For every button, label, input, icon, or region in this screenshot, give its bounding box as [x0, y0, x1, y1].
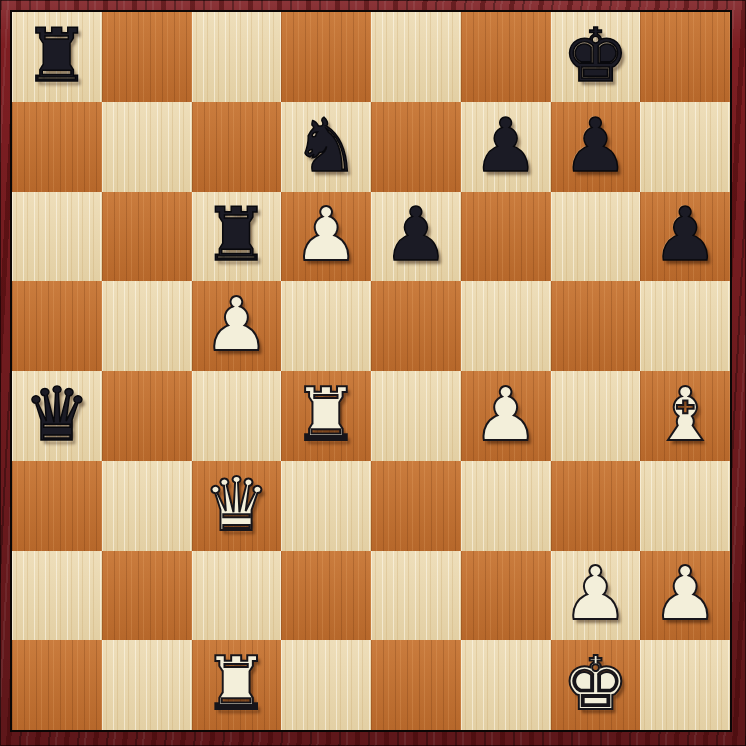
- square-e7[interactable]: [371, 102, 461, 192]
- square-f5[interactable]: [461, 281, 551, 371]
- square-b1[interactable]: [102, 640, 192, 730]
- square-c8[interactable]: [192, 12, 282, 102]
- square-e5[interactable]: [371, 281, 461, 371]
- square-d4[interactable]: ♜: [281, 371, 371, 461]
- square-a6[interactable]: [12, 192, 102, 282]
- square-d6[interactable]: ♟: [281, 192, 371, 282]
- piece-white-pawn[interactable]: ♟: [203, 287, 269, 361]
- square-d3[interactable]: [281, 461, 371, 551]
- square-d5[interactable]: [281, 281, 371, 371]
- square-c1[interactable]: ♜: [192, 640, 282, 730]
- chess-board: ♜♚♞♟♟♜♟♟♟♟♛♜♟♝♛♟♟♜♚: [10, 10, 732, 732]
- square-h7[interactable]: [640, 102, 730, 192]
- square-g5[interactable]: [551, 281, 641, 371]
- square-c2[interactable]: [192, 551, 282, 641]
- square-c3[interactable]: ♛: [192, 461, 282, 551]
- piece-white-pawn[interactable]: ♟: [562, 556, 628, 630]
- square-d8[interactable]: [281, 12, 371, 102]
- square-a1[interactable]: [12, 640, 102, 730]
- square-b4[interactable]: [102, 371, 192, 461]
- square-a3[interactable]: [12, 461, 102, 551]
- square-f8[interactable]: [461, 12, 551, 102]
- board-frame: ♜♚♞♟♟♜♟♟♟♟♛♜♟♝♛♟♟♜♚: [0, 0, 746, 746]
- square-c7[interactable]: [192, 102, 282, 192]
- square-d7[interactable]: ♞: [281, 102, 371, 192]
- square-f7[interactable]: ♟: [461, 102, 551, 192]
- square-g7[interactable]: ♟: [551, 102, 641, 192]
- square-b3[interactable]: [102, 461, 192, 551]
- square-e8[interactable]: [371, 12, 461, 102]
- piece-white-rook[interactable]: ♜: [293, 377, 359, 451]
- piece-black-pawn[interactable]: ♟: [472, 108, 538, 182]
- square-a4[interactable]: ♛: [12, 371, 102, 461]
- square-b5[interactable]: [102, 281, 192, 371]
- square-a8[interactable]: ♜: [12, 12, 102, 102]
- square-b7[interactable]: [102, 102, 192, 192]
- square-f4[interactable]: ♟: [461, 371, 551, 461]
- square-f6[interactable]: [461, 192, 551, 282]
- square-e1[interactable]: [371, 640, 461, 730]
- piece-white-bishop[interactable]: ♝: [652, 377, 718, 451]
- square-f1[interactable]: [461, 640, 551, 730]
- square-e3[interactable]: [371, 461, 461, 551]
- square-d2[interactable]: [281, 551, 371, 641]
- square-h3[interactable]: [640, 461, 730, 551]
- piece-black-rook[interactable]: ♜: [203, 197, 269, 271]
- square-a5[interactable]: [12, 281, 102, 371]
- piece-black-knight[interactable]: ♞: [293, 108, 359, 182]
- piece-black-rook[interactable]: ♜: [24, 18, 90, 92]
- square-a7[interactable]: [12, 102, 102, 192]
- piece-white-pawn[interactable]: ♟: [472, 377, 538, 451]
- square-c4[interactable]: [192, 371, 282, 461]
- square-d1[interactable]: [281, 640, 371, 730]
- square-b6[interactable]: [102, 192, 192, 282]
- square-h2[interactable]: ♟: [640, 551, 730, 641]
- piece-white-pawn[interactable]: ♟: [652, 556, 718, 630]
- square-g2[interactable]: ♟: [551, 551, 641, 641]
- square-f2[interactable]: [461, 551, 551, 641]
- piece-white-king[interactable]: ♚: [562, 646, 628, 720]
- square-g6[interactable]: [551, 192, 641, 282]
- square-g1[interactable]: ♚: [551, 640, 641, 730]
- square-e4[interactable]: [371, 371, 461, 461]
- square-g3[interactable]: [551, 461, 641, 551]
- square-h6[interactable]: ♟: [640, 192, 730, 282]
- square-c6[interactable]: ♜: [192, 192, 282, 282]
- square-h8[interactable]: [640, 12, 730, 102]
- square-h4[interactable]: ♝: [640, 371, 730, 461]
- piece-white-queen[interactable]: ♛: [203, 467, 269, 541]
- piece-black-pawn[interactable]: ♟: [562, 108, 628, 182]
- piece-black-queen[interactable]: ♛: [24, 377, 90, 451]
- square-a2[interactable]: [12, 551, 102, 641]
- square-h5[interactable]: [640, 281, 730, 371]
- piece-white-rook[interactable]: ♜: [203, 646, 269, 720]
- square-e2[interactable]: [371, 551, 461, 641]
- piece-black-pawn[interactable]: ♟: [652, 197, 718, 271]
- square-e6[interactable]: ♟: [371, 192, 461, 282]
- piece-black-king[interactable]: ♚: [562, 18, 628, 92]
- square-g4[interactable]: [551, 371, 641, 461]
- square-b8[interactable]: [102, 12, 192, 102]
- piece-black-pawn[interactable]: ♟: [383, 197, 449, 271]
- square-f3[interactable]: [461, 461, 551, 551]
- square-b2[interactable]: [102, 551, 192, 641]
- square-g8[interactable]: ♚: [551, 12, 641, 102]
- square-h1[interactable]: [640, 640, 730, 730]
- piece-white-pawn[interactable]: ♟: [293, 197, 359, 271]
- square-c5[interactable]: ♟: [192, 281, 282, 371]
